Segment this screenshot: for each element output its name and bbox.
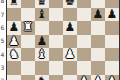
square-d5[interactable] bbox=[49, 35, 63, 48]
square-e2[interactable] bbox=[63, 75, 77, 80]
square-b3[interactable] bbox=[21, 61, 35, 74]
square-c6[interactable] bbox=[35, 21, 49, 34]
rank-label-6: 6 bbox=[0, 25, 5, 31]
square-b5[interactable] bbox=[21, 35, 35, 48]
piece-white-pawn-h2: ♟ bbox=[107, 75, 118, 80]
square-c4[interactable]: ♝ bbox=[35, 48, 49, 61]
square-f8[interactable] bbox=[77, 0, 91, 8]
chess-diagram: ♜♛♚♝♟♟♟♜♟♟♟♞♝♟♞♟♟♟ 8765432 bbox=[0, 0, 120, 80]
square-a5[interactable]: ♟ bbox=[7, 35, 21, 48]
square-f2[interactable]: ♟ bbox=[77, 75, 91, 80]
rank-label-8: 8 bbox=[0, 0, 5, 4]
square-g5[interactable] bbox=[91, 35, 105, 48]
square-g4[interactable] bbox=[91, 48, 105, 61]
square-c7[interactable]: ♝ bbox=[35, 8, 49, 21]
square-e6[interactable]: ♟ bbox=[63, 21, 77, 34]
square-g2[interactable]: ♟ bbox=[91, 75, 105, 80]
square-f4[interactable] bbox=[77, 48, 91, 61]
square-f7[interactable] bbox=[77, 8, 91, 21]
square-g6[interactable] bbox=[91, 21, 105, 34]
piece-white-knight-a4: ♞ bbox=[9, 48, 20, 61]
square-a3[interactable] bbox=[7, 61, 21, 74]
rank-label-5: 5 bbox=[0, 38, 5, 44]
square-b4[interactable] bbox=[21, 48, 35, 61]
piece-black-knight-c2: ♞ bbox=[37, 75, 48, 80]
square-f3[interactable] bbox=[77, 61, 91, 74]
square-a4[interactable]: ♞ bbox=[7, 48, 21, 61]
piece-white-pawn-g2: ♟ bbox=[93, 75, 104, 80]
square-h6[interactable] bbox=[105, 21, 119, 34]
square-f5[interactable] bbox=[77, 35, 91, 48]
square-a6[interactable]: ♟ bbox=[7, 21, 21, 34]
rank-label-3: 3 bbox=[0, 65, 5, 71]
square-a2[interactable] bbox=[7, 75, 21, 80]
square-g3[interactable] bbox=[91, 61, 105, 74]
square-h7[interactable]: ♟ bbox=[105, 8, 119, 21]
square-h4[interactable] bbox=[105, 48, 119, 61]
piece-black-bishop-c7: ♝ bbox=[37, 8, 48, 21]
piece-black-pawn-g7: ♟ bbox=[93, 8, 104, 21]
piece-black-pawn-h7: ♟ bbox=[107, 8, 118, 21]
square-a7[interactable] bbox=[7, 8, 21, 21]
square-b6[interactable]: ♜ bbox=[21, 21, 35, 34]
square-c5[interactable]: ♟ bbox=[35, 35, 49, 48]
square-c2[interactable]: ♞ bbox=[35, 75, 49, 80]
square-h5[interactable] bbox=[105, 35, 119, 48]
square-b8[interactable] bbox=[21, 0, 35, 8]
square-a8[interactable]: ♜ bbox=[7, 0, 21, 8]
piece-white-bishop-c4: ♝ bbox=[37, 48, 48, 61]
square-h2[interactable]: ♟ bbox=[105, 75, 119, 80]
square-h3[interactable] bbox=[105, 61, 119, 74]
square-g7[interactable]: ♟ bbox=[91, 8, 105, 21]
square-e7[interactable] bbox=[63, 8, 77, 21]
square-d3[interactable] bbox=[49, 61, 63, 74]
chessboard: ♜♛♚♝♟♟♟♜♟♟♟♞♝♟♞♟♟♟ bbox=[6, 0, 120, 80]
square-c3[interactable] bbox=[35, 61, 49, 74]
square-e8[interactable]: ♚ bbox=[63, 0, 77, 8]
piece-black-king-e8: ♚ bbox=[65, 0, 76, 8]
piece-white-rook-b6: ♜ bbox=[23, 21, 34, 34]
square-d6[interactable] bbox=[49, 21, 63, 34]
square-e3[interactable] bbox=[63, 61, 77, 74]
rank-label-2: 2 bbox=[0, 78, 5, 80]
square-d7[interactable] bbox=[49, 8, 63, 21]
piece-black-rook-a8: ♜ bbox=[9, 0, 20, 8]
square-e5[interactable] bbox=[63, 35, 77, 48]
square-d4[interactable] bbox=[49, 48, 63, 61]
square-d8[interactable] bbox=[49, 0, 63, 8]
square-b7[interactable] bbox=[21, 8, 35, 21]
piece-black-pawn-e6: ♟ bbox=[65, 21, 76, 34]
square-e4[interactable]: ♟ bbox=[63, 48, 77, 61]
piece-black-pawn-a6: ♟ bbox=[9, 21, 20, 34]
piece-white-pawn-f2: ♟ bbox=[79, 75, 90, 80]
piece-white-pawn-e4: ♟ bbox=[65, 48, 76, 61]
rank-label-4: 4 bbox=[0, 52, 5, 58]
piece-black-pawn-c5: ♟ bbox=[37, 35, 48, 48]
square-f6[interactable] bbox=[77, 21, 91, 34]
square-d2[interactable] bbox=[49, 75, 63, 80]
rank-label-7: 7 bbox=[0, 12, 5, 18]
square-b2[interactable] bbox=[21, 75, 35, 80]
piece-white-pawn-a5: ♟ bbox=[9, 35, 20, 48]
